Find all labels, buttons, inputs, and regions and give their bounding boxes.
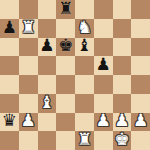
square-h3[interactable] — [131, 94, 150, 113]
white-rook-b7[interactable]: ♜ — [21, 19, 36, 36]
chess-board-container: ♜♟♜♞♟♚♝♟♝♛♟♟♟♟♜♚ — [0, 0, 150, 150]
square-e6[interactable]: ♝ — [75, 38, 94, 57]
square-e3[interactable] — [75, 94, 94, 113]
square-d3[interactable] — [56, 94, 75, 113]
black-rook-d8[interactable]: ♜ — [58, 0, 73, 17]
square-g1[interactable]: ♚ — [113, 131, 132, 150]
square-b4[interactable] — [19, 75, 38, 94]
square-g5[interactable] — [113, 56, 132, 75]
white-pawn-g2[interactable]: ♟ — [114, 113, 129, 130]
square-e8[interactable] — [75, 0, 94, 19]
white-king-g1[interactable]: ♚ — [114, 131, 129, 148]
square-d5[interactable] — [56, 56, 75, 75]
white-pawn-b2[interactable]: ♟ — [21, 113, 36, 130]
square-f4[interactable] — [94, 75, 113, 94]
square-a6[interactable] — [0, 38, 19, 57]
square-c8[interactable] — [38, 0, 57, 19]
square-e4[interactable] — [75, 75, 94, 94]
square-d1[interactable] — [56, 131, 75, 150]
black-pawn-a7[interactable]: ♟ — [2, 19, 17, 36]
square-b7[interactable]: ♜ — [19, 19, 38, 38]
black-bishop-e6[interactable]: ♝ — [77, 38, 92, 55]
square-g6[interactable] — [113, 38, 132, 57]
square-b2[interactable]: ♟ — [19, 113, 38, 132]
square-h7[interactable] — [131, 19, 150, 38]
square-h6[interactable] — [131, 38, 150, 57]
square-f6[interactable] — [94, 38, 113, 57]
square-d8[interactable]: ♜ — [56, 0, 75, 19]
square-f1[interactable] — [94, 131, 113, 150]
square-a7[interactable]: ♟ — [0, 19, 19, 38]
square-h2[interactable]: ♟ — [131, 113, 150, 132]
square-a3[interactable] — [0, 94, 19, 113]
square-f2[interactable]: ♟ — [94, 113, 113, 132]
square-b8[interactable] — [19, 0, 38, 19]
square-h4[interactable] — [131, 75, 150, 94]
square-c6[interactable]: ♟ — [38, 38, 57, 57]
square-g3[interactable] — [113, 94, 132, 113]
black-pawn-f5[interactable]: ♟ — [96, 56, 111, 73]
square-c4[interactable] — [38, 75, 57, 94]
white-pawn-f2[interactable]: ♟ — [96, 113, 111, 130]
square-b1[interactable] — [19, 131, 38, 150]
square-a5[interactable] — [0, 56, 19, 75]
square-f3[interactable] — [94, 94, 113, 113]
square-c5[interactable] — [38, 56, 57, 75]
white-rook-e1[interactable]: ♜ — [77, 131, 92, 148]
square-a2[interactable]: ♛ — [0, 113, 19, 132]
square-e2[interactable] — [75, 113, 94, 132]
square-e5[interactable] — [75, 56, 94, 75]
square-g7[interactable] — [113, 19, 132, 38]
square-h1[interactable] — [131, 131, 150, 150]
square-c3[interactable]: ♝ — [38, 94, 57, 113]
square-d4[interactable] — [56, 75, 75, 94]
square-b5[interactable] — [19, 56, 38, 75]
white-pawn-h2[interactable]: ♟ — [133, 113, 148, 130]
black-pawn-c6[interactable]: ♟ — [39, 38, 54, 55]
square-d7[interactable] — [56, 19, 75, 38]
square-b3[interactable] — [19, 94, 38, 113]
square-f8[interactable] — [94, 0, 113, 19]
white-knight-e7[interactable]: ♞ — [77, 19, 92, 36]
square-c2[interactable] — [38, 113, 57, 132]
black-queen-a2[interactable]: ♛ — [2, 113, 17, 130]
square-d6[interactable]: ♚ — [56, 38, 75, 57]
square-a4[interactable] — [0, 75, 19, 94]
square-a1[interactable] — [0, 131, 19, 150]
chess-board: ♜♟♜♞♟♚♝♟♝♛♟♟♟♟♜♚ — [0, 0, 150, 150]
square-g8[interactable] — [113, 0, 132, 19]
square-f7[interactable] — [94, 19, 113, 38]
square-e7[interactable]: ♞ — [75, 19, 94, 38]
square-f5[interactable]: ♟ — [94, 56, 113, 75]
square-h8[interactable] — [131, 0, 150, 19]
square-c7[interactable] — [38, 19, 57, 38]
square-c1[interactable] — [38, 131, 57, 150]
square-h5[interactable] — [131, 56, 150, 75]
square-d2[interactable] — [56, 113, 75, 132]
black-king-d6[interactable]: ♚ — [58, 38, 73, 55]
square-e1[interactable]: ♜ — [75, 131, 94, 150]
white-bishop-c3[interactable]: ♝ — [39, 94, 54, 111]
square-g2[interactable]: ♟ — [113, 113, 132, 132]
square-a8[interactable] — [0, 0, 19, 19]
square-g4[interactable] — [113, 75, 132, 94]
square-b6[interactable] — [19, 38, 38, 57]
